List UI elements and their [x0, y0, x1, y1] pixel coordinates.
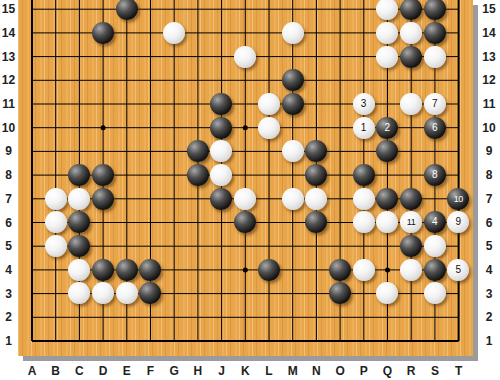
intersection-O6[interactable] [328, 211, 352, 235]
intersection-D4[interactable] [91, 258, 115, 282]
intersection-H8[interactable] [186, 163, 210, 187]
intersection-P9[interactable] [352, 139, 376, 163]
intersection-K6[interactable] [233, 211, 257, 235]
intersection-K9[interactable] [233, 139, 257, 163]
intersection-E3[interactable] [115, 282, 139, 306]
intersection-S7[interactable] [423, 187, 447, 211]
intersection-K4[interactable] [233, 258, 257, 282]
intersection-T15[interactable] [447, 0, 471, 21]
intersection-M12[interactable] [281, 68, 305, 92]
intersection-E8[interactable] [115, 163, 139, 187]
intersection-T7[interactable]: 10 [447, 187, 471, 211]
intersection-B12[interactable] [44, 68, 68, 92]
intersection-M11[interactable] [281, 92, 305, 116]
intersection-P5[interactable] [352, 234, 376, 258]
intersection-E14[interactable] [115, 21, 139, 45]
intersection-N5[interactable] [304, 234, 328, 258]
intersection-C1[interactable] [68, 329, 92, 353]
column-label-S: S [426, 363, 444, 379]
intersection-N2[interactable] [304, 305, 328, 329]
intersection-M1[interactable] [281, 329, 305, 353]
intersection-T1[interactable] [447, 329, 471, 353]
intersection-P11[interactable]: 3 [352, 92, 376, 116]
intersection-P13[interactable] [352, 45, 376, 69]
intersection-S12[interactable] [423, 68, 447, 92]
intersection-N12[interactable] [304, 68, 328, 92]
intersection-N13[interactable] [304, 45, 328, 69]
intersection-L3[interactable] [257, 282, 281, 306]
intersection-F14[interactable] [139, 21, 163, 45]
intersection-P12[interactable] [352, 68, 376, 92]
intersection-D15[interactable] [91, 0, 115, 21]
intersection-D13[interactable] [91, 45, 115, 69]
intersection-H14[interactable] [186, 21, 210, 45]
intersection-J5[interactable] [210, 234, 234, 258]
row-label-left-4: 4 [0, 262, 17, 278]
intersection-G1[interactable] [162, 329, 186, 353]
intersection-B8[interactable] [44, 163, 68, 187]
intersection-D5[interactable] [91, 234, 115, 258]
intersection-T6[interactable]: 9 [447, 211, 471, 235]
intersection-L5[interactable] [257, 234, 281, 258]
intersection-A10[interactable] [20, 116, 44, 140]
intersection-S1[interactable] [423, 329, 447, 353]
intersection-E10[interactable] [115, 116, 139, 140]
intersection-T12[interactable] [447, 68, 471, 92]
intersection-B11[interactable] [44, 92, 68, 116]
intersection-B2[interactable] [44, 305, 68, 329]
intersection-E13[interactable] [115, 45, 139, 69]
white-stone-Q14 [376, 22, 398, 44]
intersection-J6[interactable] [210, 211, 234, 235]
intersection-T2[interactable] [447, 305, 471, 329]
intersection-Q7[interactable] [375, 187, 399, 211]
intersection-Q3[interactable] [375, 282, 399, 306]
intersection-E5[interactable] [115, 234, 139, 258]
intersection-H10[interactable] [186, 116, 210, 140]
intersection-N1[interactable] [304, 329, 328, 353]
intersection-L15[interactable] [257, 0, 281, 21]
intersection-E9[interactable] [115, 139, 139, 163]
intersection-P15[interactable] [352, 0, 376, 21]
intersection-K11[interactable] [233, 92, 257, 116]
black-stone-R15 [400, 0, 422, 20]
intersection-G12[interactable] [162, 68, 186, 92]
intersection-G5[interactable] [162, 234, 186, 258]
intersection-L10[interactable] [257, 116, 281, 140]
intersection-S13[interactable] [423, 45, 447, 69]
intersection-C10[interactable] [68, 116, 92, 140]
intersection-T8[interactable] [447, 163, 471, 187]
black-stone-S8: 8 [424, 164, 446, 186]
intersection-G10[interactable] [162, 116, 186, 140]
intersection-R14[interactable] [399, 21, 423, 45]
intersection-C15[interactable] [68, 0, 92, 21]
intersection-M9[interactable] [281, 139, 305, 163]
intersection-R8[interactable] [399, 163, 423, 187]
intersection-D9[interactable] [91, 139, 115, 163]
intersection-L13[interactable] [257, 45, 281, 69]
intersection-T3[interactable] [447, 282, 471, 306]
go-board[interactable]: 3712681011495 [18, 0, 473, 356]
intersection-N6[interactable] [304, 211, 328, 235]
intersection-A13[interactable] [20, 45, 44, 69]
intersection-M13[interactable] [281, 45, 305, 69]
intersection-L11[interactable] [257, 92, 281, 116]
intersection-D1[interactable] [91, 329, 115, 353]
intersection-P7[interactable] [352, 187, 376, 211]
intersection-O9[interactable] [328, 139, 352, 163]
intersection-Q5[interactable] [375, 234, 399, 258]
intersection-A5[interactable] [20, 234, 44, 258]
intersection-A8[interactable] [20, 163, 44, 187]
intersection-E1[interactable] [115, 329, 139, 353]
intersection-G15[interactable] [162, 0, 186, 21]
intersection-Q4[interactable] [375, 258, 399, 282]
intersection-H9[interactable] [186, 139, 210, 163]
intersection-D12[interactable] [91, 68, 115, 92]
intersection-M6[interactable] [281, 211, 305, 235]
intersection-H6[interactable] [186, 211, 210, 235]
intersection-F8[interactable] [139, 163, 163, 187]
intersection-J8[interactable] [210, 163, 234, 187]
intersection-L1[interactable] [257, 329, 281, 353]
intersection-M8[interactable] [281, 163, 305, 187]
intersection-F3[interactable] [139, 282, 163, 306]
intersection-O10[interactable] [328, 116, 352, 140]
intersection-C2[interactable] [68, 305, 92, 329]
intersection-R11[interactable] [399, 92, 423, 116]
intersection-O4[interactable] [328, 258, 352, 282]
intersection-O1[interactable] [328, 329, 352, 353]
intersection-F4[interactable] [139, 258, 163, 282]
intersection-K13[interactable] [233, 45, 257, 69]
intersection-B15[interactable] [44, 0, 68, 21]
intersection-Q6[interactable] [375, 211, 399, 235]
intersection-K14[interactable] [233, 21, 257, 45]
intersection-M14[interactable] [281, 21, 305, 45]
intersection-N8[interactable] [304, 163, 328, 187]
intersection-H2[interactable] [186, 305, 210, 329]
intersection-H4[interactable] [186, 258, 210, 282]
intersection-A15[interactable] [20, 0, 44, 21]
intersection-H13[interactable] [186, 45, 210, 69]
intersection-S14[interactable] [423, 21, 447, 45]
intersection-M3[interactable] [281, 282, 305, 306]
intersection-D3[interactable] [91, 282, 115, 306]
intersection-T4[interactable]: 5 [447, 258, 471, 282]
intersection-C13[interactable] [68, 45, 92, 69]
intersection-B14[interactable] [44, 21, 68, 45]
intersection-P8[interactable] [352, 163, 376, 187]
intersection-H1[interactable] [186, 329, 210, 353]
intersection-J7[interactable] [210, 187, 234, 211]
intersection-R12[interactable] [399, 68, 423, 92]
intersection-D7[interactable] [91, 187, 115, 211]
intersection-C6[interactable] [68, 211, 92, 235]
intersection-F10[interactable] [139, 116, 163, 140]
intersection-B6[interactable] [44, 211, 68, 235]
intersection-B7[interactable] [44, 187, 68, 211]
intersection-K10[interactable] [233, 116, 257, 140]
intersection-A7[interactable] [20, 187, 44, 211]
intersection-R1[interactable] [399, 329, 423, 353]
intersection-D2[interactable] [91, 305, 115, 329]
intersection-F9[interactable] [139, 139, 163, 163]
intersection-E6[interactable] [115, 211, 139, 235]
intersection-P1[interactable] [352, 329, 376, 353]
intersection-P6[interactable] [352, 211, 376, 235]
intersection-E11[interactable] [115, 92, 139, 116]
intersection-A1[interactable] [20, 329, 44, 353]
intersection-L12[interactable] [257, 68, 281, 92]
intersection-J12[interactable] [210, 68, 234, 92]
intersection-K5[interactable] [233, 234, 257, 258]
intersection-M7[interactable] [281, 187, 305, 211]
intersection-B3[interactable] [44, 282, 68, 306]
intersection-Q1[interactable] [375, 329, 399, 353]
intersection-F6[interactable] [139, 211, 163, 235]
intersection-O12[interactable] [328, 68, 352, 92]
black-stone-H8 [187, 164, 209, 186]
white-stone-D3 [92, 282, 114, 304]
intersection-R4[interactable] [399, 258, 423, 282]
intersection-A3[interactable] [20, 282, 44, 306]
intersection-A6[interactable] [20, 211, 44, 235]
intersection-N4[interactable] [304, 258, 328, 282]
intersection-R5[interactable] [399, 234, 423, 258]
intersection-J2[interactable] [210, 305, 234, 329]
intersection-S2[interactable] [423, 305, 447, 329]
intersection-P10[interactable]: 1 [352, 116, 376, 140]
intersection-H12[interactable] [186, 68, 210, 92]
intersection-G3[interactable] [162, 282, 186, 306]
intersection-O15[interactable] [328, 0, 352, 21]
intersection-N9[interactable] [304, 139, 328, 163]
intersection-M4[interactable] [281, 258, 305, 282]
intersection-C12[interactable] [68, 68, 92, 92]
intersection-M15[interactable] [281, 0, 305, 21]
intersection-L14[interactable] [257, 21, 281, 45]
column-label-K: K [236, 363, 254, 379]
intersection-D10[interactable] [91, 116, 115, 140]
intersection-O11[interactable] [328, 92, 352, 116]
intersection-R10[interactable] [399, 116, 423, 140]
intersection-R9[interactable] [399, 139, 423, 163]
row-label-left-8: 8 [0, 167, 17, 183]
intersection-P3[interactable] [352, 282, 376, 306]
intersection-K12[interactable] [233, 68, 257, 92]
intersection-S3[interactable] [423, 282, 447, 306]
move-number-label-S6: 4 [424, 211, 446, 233]
intersection-F15[interactable] [139, 0, 163, 21]
intersection-R15[interactable] [399, 0, 423, 21]
intersection-S9[interactable] [423, 139, 447, 163]
intersection-C5[interactable] [68, 234, 92, 258]
intersection-S11[interactable]: 7 [423, 92, 447, 116]
intersection-J14[interactable] [210, 21, 234, 45]
intersection-D11[interactable] [91, 92, 115, 116]
intersection-D8[interactable] [91, 163, 115, 187]
intersection-F7[interactable] [139, 187, 163, 211]
intersection-Q15[interactable] [375, 0, 399, 21]
intersection-B1[interactable] [44, 329, 68, 353]
column-label-D: D [94, 363, 112, 379]
intersection-B4[interactable] [44, 258, 68, 282]
intersection-A2[interactable] [20, 305, 44, 329]
intersection-Q12[interactable] [375, 68, 399, 92]
intersection-H3[interactable] [186, 282, 210, 306]
intersection-K8[interactable] [233, 163, 257, 187]
intersection-L2[interactable] [257, 305, 281, 329]
intersection-F11[interactable] [139, 92, 163, 116]
intersection-T5[interactable] [447, 234, 471, 258]
intersection-S6[interactable]: 4 [423, 211, 447, 235]
intersection-Q10[interactable]: 2 [375, 116, 399, 140]
intersection-Q14[interactable] [375, 21, 399, 45]
intersection-O3[interactable] [328, 282, 352, 306]
intersection-S4[interactable] [423, 258, 447, 282]
intersection-S8[interactable]: 8 [423, 163, 447, 187]
intersection-A4[interactable] [20, 258, 44, 282]
intersection-M10[interactable] [281, 116, 305, 140]
intersection-N15[interactable] [304, 0, 328, 21]
intersection-S15[interactable] [423, 0, 447, 21]
intersection-L6[interactable] [257, 211, 281, 235]
intersection-T9[interactable] [447, 139, 471, 163]
intersection-K1[interactable] [233, 329, 257, 353]
intersection-D6[interactable] [91, 211, 115, 235]
intersection-M2[interactable] [281, 305, 305, 329]
intersection-N14[interactable] [304, 21, 328, 45]
intersection-E4[interactable] [115, 258, 139, 282]
intersection-G11[interactable] [162, 92, 186, 116]
intersection-O7[interactable] [328, 187, 352, 211]
intersection-F5[interactable] [139, 234, 163, 258]
intersection-O8[interactable] [328, 163, 352, 187]
intersection-L9[interactable] [257, 139, 281, 163]
intersection-K7[interactable] [233, 187, 257, 211]
intersection-J9[interactable] [210, 139, 234, 163]
intersection-S5[interactable] [423, 234, 447, 258]
intersection-C7[interactable] [68, 187, 92, 211]
intersection-A12[interactable] [20, 68, 44, 92]
intersection-N7[interactable] [304, 187, 328, 211]
intersection-F13[interactable] [139, 45, 163, 69]
intersection-Q8[interactable] [375, 163, 399, 187]
intersection-T11[interactable] [447, 92, 471, 116]
intersection-N3[interactable] [304, 282, 328, 306]
intersection-Q11[interactable] [375, 92, 399, 116]
intersection-H5[interactable] [186, 234, 210, 258]
intersection-F1[interactable] [139, 329, 163, 353]
intersection-C8[interactable] [68, 163, 92, 187]
intersection-E7[interactable] [115, 187, 139, 211]
intersection-D14[interactable] [91, 21, 115, 45]
intersection-Q13[interactable] [375, 45, 399, 69]
intersection-G4[interactable] [162, 258, 186, 282]
intersection-G7[interactable] [162, 187, 186, 211]
intersection-Q2[interactable] [375, 305, 399, 329]
intersection-T14[interactable] [447, 21, 471, 45]
intersection-G6[interactable] [162, 211, 186, 235]
intersection-E12[interactable] [115, 68, 139, 92]
intersection-G8[interactable] [162, 163, 186, 187]
intersection-J15[interactable] [210, 0, 234, 21]
intersection-O2[interactable] [328, 305, 352, 329]
white-stone-K7 [234, 188, 256, 210]
intersection-J13[interactable] [210, 45, 234, 69]
intersection-F2[interactable] [139, 305, 163, 329]
intersection-P4[interactable] [352, 258, 376, 282]
intersection-B5[interactable] [44, 234, 68, 258]
intersection-H15[interactable] [186, 0, 210, 21]
intersection-R13[interactable] [399, 45, 423, 69]
intersection-H7[interactable] [186, 187, 210, 211]
intersection-K2[interactable] [233, 305, 257, 329]
intersection-N11[interactable] [304, 92, 328, 116]
intersection-H11[interactable] [186, 92, 210, 116]
intersection-O5[interactable] [328, 234, 352, 258]
intersection-J11[interactable] [210, 92, 234, 116]
intersection-J3[interactable] [210, 282, 234, 306]
intersection-Q9[interactable] [375, 139, 399, 163]
intersection-A9[interactable] [20, 139, 44, 163]
intersection-S10[interactable]: 6 [423, 116, 447, 140]
intersection-F12[interactable] [139, 68, 163, 92]
intersection-K3[interactable] [233, 282, 257, 306]
intersection-A11[interactable] [20, 92, 44, 116]
intersection-B13[interactable] [44, 45, 68, 69]
intersection-A14[interactable] [20, 21, 44, 45]
intersection-C9[interactable] [68, 139, 92, 163]
intersection-P2[interactable] [352, 305, 376, 329]
intersection-P14[interactable] [352, 21, 376, 45]
intersection-E2[interactable] [115, 305, 139, 329]
intersection-L7[interactable] [257, 187, 281, 211]
intersection-G14[interactable] [162, 21, 186, 45]
intersection-O13[interactable] [328, 45, 352, 69]
intersection-C11[interactable] [68, 92, 92, 116]
intersection-E15[interactable] [115, 0, 139, 21]
intersection-K15[interactable] [233, 0, 257, 21]
intersection-B10[interactable] [44, 116, 68, 140]
intersection-O14[interactable] [328, 21, 352, 45]
intersection-J1[interactable] [210, 329, 234, 353]
intersection-G13[interactable] [162, 45, 186, 69]
intersection-N10[interactable] [304, 116, 328, 140]
intersection-C4[interactable] [68, 258, 92, 282]
intersection-J10[interactable] [210, 116, 234, 140]
intersection-T10[interactable] [447, 116, 471, 140]
intersection-T13[interactable] [447, 45, 471, 69]
intersection-C14[interactable] [68, 21, 92, 45]
intersection-B9[interactable] [44, 139, 68, 163]
intersection-C3[interactable] [68, 282, 92, 306]
intersection-R6[interactable]: 11 [399, 211, 423, 235]
intersection-G9[interactable] [162, 139, 186, 163]
intersection-R3[interactable] [399, 282, 423, 306]
intersection-M5[interactable] [281, 234, 305, 258]
white-stone-J8 [210, 164, 232, 186]
intersection-G2[interactable] [162, 305, 186, 329]
intersection-R2[interactable] [399, 305, 423, 329]
row-label-right-6: 6 [479, 215, 499, 231]
intersection-L8[interactable] [257, 163, 281, 187]
intersection-J4[interactable] [210, 258, 234, 282]
intersection-L4[interactable] [257, 258, 281, 282]
intersection-R7[interactable] [399, 187, 423, 211]
